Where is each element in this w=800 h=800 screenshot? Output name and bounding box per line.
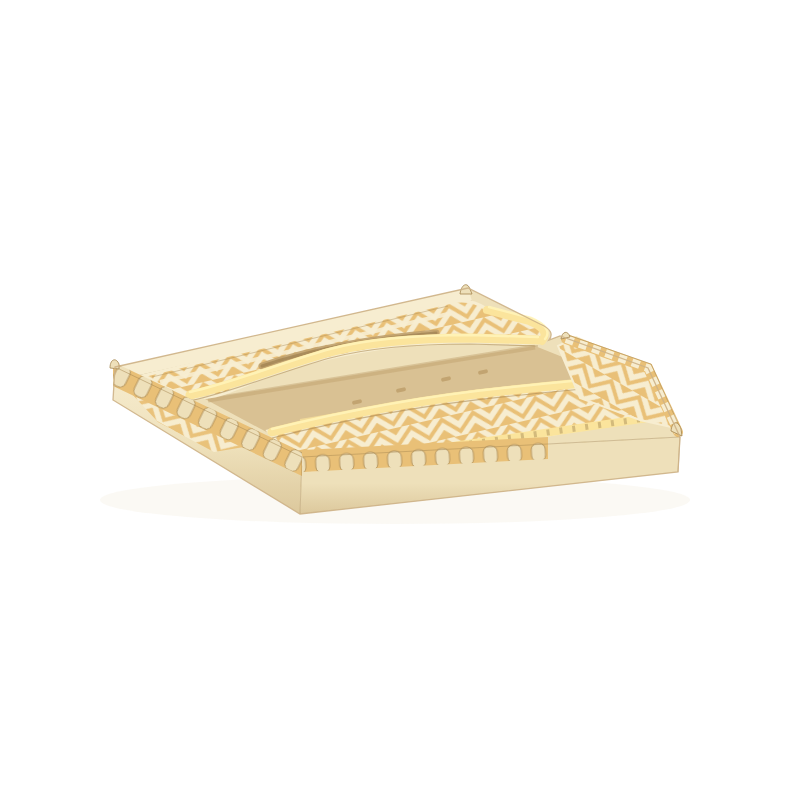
product-photo — [0, 0, 800, 800]
product-stage — [0, 0, 800, 800]
crate-illustration — [0, 0, 800, 800]
